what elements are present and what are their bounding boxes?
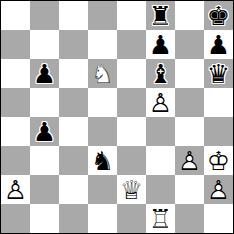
square-d7[interactable] bbox=[88, 30, 117, 59]
square-b2[interactable] bbox=[30, 175, 59, 204]
square-a5[interactable] bbox=[1, 88, 30, 117]
piece-glyph-outline: ♘ bbox=[88, 59, 117, 88]
piece-glyph-outline: ♙ bbox=[204, 175, 233, 204]
square-g2[interactable] bbox=[175, 175, 204, 204]
square-a1[interactable] bbox=[1, 204, 30, 233]
piece-glyph-fill: ♞ bbox=[88, 146, 117, 175]
square-f3[interactable] bbox=[146, 146, 175, 175]
piece-white-pawn: ♟♙ bbox=[204, 175, 233, 204]
piece-black-king: ♚ bbox=[204, 1, 233, 30]
piece-black-rook: ♜ bbox=[146, 1, 175, 30]
square-c2[interactable] bbox=[59, 175, 88, 204]
piece-white-rook: ♜♖ bbox=[146, 204, 175, 233]
square-b8[interactable] bbox=[30, 1, 59, 30]
square-g4[interactable] bbox=[175, 117, 204, 146]
piece-black-pawn: ♟ bbox=[204, 30, 233, 59]
piece-glyph-fill: ♛ bbox=[204, 59, 233, 88]
square-d3[interactable]: ♞ bbox=[88, 146, 117, 175]
square-b1[interactable] bbox=[30, 204, 59, 233]
square-d1[interactable] bbox=[88, 204, 117, 233]
square-d6[interactable]: ♞♘ bbox=[88, 59, 117, 88]
piece-white-pawn: ♟♙ bbox=[146, 88, 175, 117]
chess-board: ♜♚♟♟♟♞♘♝♛♟♙♟♞♟♙♚♔♟♙♛♕♟♙♜♖ bbox=[1, 1, 233, 233]
square-e8[interactable] bbox=[117, 1, 146, 30]
square-h5[interactable] bbox=[204, 88, 233, 117]
piece-glyph-fill: ♟ bbox=[204, 30, 233, 59]
square-d4[interactable] bbox=[88, 117, 117, 146]
piece-white-knight: ♞♘ bbox=[88, 59, 117, 88]
square-h4[interactable] bbox=[204, 117, 233, 146]
square-h8[interactable]: ♚ bbox=[204, 1, 233, 30]
square-f2[interactable] bbox=[146, 175, 175, 204]
square-a6[interactable] bbox=[1, 59, 30, 88]
piece-glyph-outline: ♙ bbox=[175, 146, 204, 175]
square-c5[interactable] bbox=[59, 88, 88, 117]
piece-white-queen: ♛♕ bbox=[117, 175, 146, 204]
square-e3[interactable] bbox=[117, 146, 146, 175]
square-c8[interactable] bbox=[59, 1, 88, 30]
square-e4[interactable] bbox=[117, 117, 146, 146]
piece-glyph-fill: ♜ bbox=[146, 1, 175, 30]
square-c4[interactable] bbox=[59, 117, 88, 146]
square-b6[interactable]: ♟ bbox=[30, 59, 59, 88]
piece-white-pawn: ♟♙ bbox=[1, 175, 30, 204]
square-e7[interactable] bbox=[117, 30, 146, 59]
square-a2[interactable]: ♟♙ bbox=[1, 175, 30, 204]
piece-glyph-fill: ♟ bbox=[146, 30, 175, 59]
square-d8[interactable] bbox=[88, 1, 117, 30]
square-f1[interactable]: ♜♖ bbox=[146, 204, 175, 233]
piece-black-pawn: ♟ bbox=[146, 30, 175, 59]
square-c3[interactable] bbox=[59, 146, 88, 175]
piece-glyph-fill: ♚ bbox=[204, 1, 233, 30]
square-g7[interactable] bbox=[175, 30, 204, 59]
board-frame: ♜♚♟♟♟♞♘♝♛♟♙♟♞♟♙♚♔♟♙♛♕♟♙♜♖ bbox=[0, 0, 234, 234]
square-h7[interactable]: ♟ bbox=[204, 30, 233, 59]
square-f5[interactable]: ♟♙ bbox=[146, 88, 175, 117]
square-f8[interactable]: ♜ bbox=[146, 1, 175, 30]
square-d5[interactable] bbox=[88, 88, 117, 117]
square-c6[interactable] bbox=[59, 59, 88, 88]
square-b7[interactable] bbox=[30, 30, 59, 59]
square-e1[interactable] bbox=[117, 204, 146, 233]
piece-black-queen: ♛ bbox=[204, 59, 233, 88]
piece-white-king: ♚♔ bbox=[204, 146, 233, 175]
piece-black-pawn: ♟ bbox=[30, 59, 59, 88]
piece-black-pawn: ♟ bbox=[30, 117, 59, 146]
square-f6[interactable]: ♝ bbox=[146, 59, 175, 88]
square-g3[interactable]: ♟♙ bbox=[175, 146, 204, 175]
square-b5[interactable] bbox=[30, 88, 59, 117]
piece-glyph-outline: ♕ bbox=[117, 175, 146, 204]
square-g5[interactable] bbox=[175, 88, 204, 117]
piece-glyph-fill: ♟ bbox=[30, 59, 59, 88]
square-d2[interactable] bbox=[88, 175, 117, 204]
square-e5[interactable] bbox=[117, 88, 146, 117]
square-g1[interactable] bbox=[175, 204, 204, 233]
piece-white-pawn: ♟♙ bbox=[175, 146, 204, 175]
square-h1[interactable] bbox=[204, 204, 233, 233]
square-f7[interactable]: ♟ bbox=[146, 30, 175, 59]
square-g6[interactable] bbox=[175, 59, 204, 88]
piece-black-knight: ♞ bbox=[88, 146, 117, 175]
piece-glyph-fill: ♝ bbox=[146, 59, 175, 88]
square-c7[interactable] bbox=[59, 30, 88, 59]
square-f4[interactable] bbox=[146, 117, 175, 146]
piece-glyph-outline: ♙ bbox=[1, 175, 30, 204]
square-e6[interactable] bbox=[117, 59, 146, 88]
square-h2[interactable]: ♟♙ bbox=[204, 175, 233, 204]
square-g8[interactable] bbox=[175, 1, 204, 30]
square-b4[interactable]: ♟ bbox=[30, 117, 59, 146]
square-b3[interactable] bbox=[30, 146, 59, 175]
piece-glyph-outline: ♙ bbox=[146, 88, 175, 117]
piece-black-bishop: ♝ bbox=[146, 59, 175, 88]
square-h3[interactable]: ♚♔ bbox=[204, 146, 233, 175]
piece-glyph-fill: ♟ bbox=[30, 117, 59, 146]
piece-glyph-outline: ♖ bbox=[146, 204, 175, 233]
square-h6[interactable]: ♛ bbox=[204, 59, 233, 88]
piece-glyph-outline: ♔ bbox=[204, 146, 233, 175]
square-a3[interactable] bbox=[1, 146, 30, 175]
square-c1[interactable] bbox=[59, 204, 88, 233]
square-a4[interactable] bbox=[1, 117, 30, 146]
square-a7[interactable] bbox=[1, 30, 30, 59]
square-e2[interactable]: ♛♕ bbox=[117, 175, 146, 204]
square-a8[interactable] bbox=[1, 1, 30, 30]
